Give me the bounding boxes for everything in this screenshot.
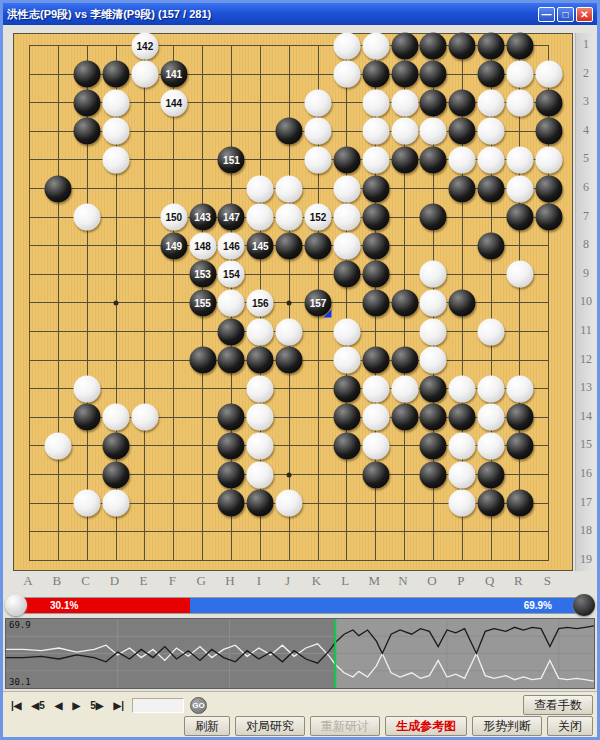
- go-stone-white[interactable]: [449, 375, 476, 402]
- row-label: 12: [576, 351, 596, 366]
- go-stone-black[interactable]: [478, 461, 505, 488]
- go-stone-white[interactable]: [362, 118, 389, 145]
- go-stone-white[interactable]: [420, 347, 447, 374]
- win-rate-plot: [6, 619, 594, 688]
- go-stone-black[interactable]: [333, 432, 360, 459]
- go-stone-black[interactable]: [506, 32, 533, 59]
- go-stone-white[interactable]: [535, 61, 562, 88]
- go-stone-black[interactable]: [420, 89, 447, 116]
- go-stone-white[interactable]: [333, 232, 360, 259]
- go-stone-white[interactable]: [305, 89, 332, 116]
- go-stone-white[interactable]: [131, 404, 158, 431]
- go-stone-black[interactable]: [391, 347, 418, 374]
- go-stone-black[interactable]: [535, 118, 562, 145]
- column-label: H: [225, 573, 234, 589]
- column-label: O: [427, 573, 436, 589]
- go-stone-white[interactable]: [506, 175, 533, 202]
- go-stone-black[interactable]: [506, 204, 533, 231]
- go-stone-black[interactable]: [478, 232, 505, 259]
- go-stone-white[interactable]: [74, 204, 101, 231]
- go-stone-white[interactable]: [247, 204, 274, 231]
- column-label: K: [312, 573, 321, 589]
- column-label: B: [53, 573, 62, 589]
- title-bar[interactable]: 洪性志(P9段) vs 李维清(P9段) (157 / 281) — □ ✕: [3, 3, 597, 25]
- go-stone-white[interactable]: [103, 118, 130, 145]
- go-stone-white[interactable]: [333, 32, 360, 59]
- column-label: L: [341, 573, 349, 589]
- go-stone-black[interactable]: [362, 61, 389, 88]
- go-stone-black[interactable]: [535, 204, 562, 231]
- row-label: 9: [576, 265, 596, 280]
- grid-line-v: [519, 45, 520, 560]
- go-stone-white[interactable]: [276, 490, 303, 517]
- go-stone-white[interactable]: [478, 118, 505, 145]
- go-stone-black[interactable]: [420, 32, 447, 59]
- go-stone-white[interactable]: [449, 490, 476, 517]
- go-button[interactable]: GO: [190, 697, 207, 714]
- column-label: N: [398, 573, 407, 589]
- go-stone-white[interactable]: 146: [218, 232, 245, 259]
- action-buttons: 刷新 对局研究 重新研讨 生成参考图 形势判断 关闭: [184, 716, 593, 736]
- go-stone-white[interactable]: [276, 175, 303, 202]
- move-navigation: |◀ ◀5 ◀ ▶ 5▶ ▶| GO: [9, 697, 207, 714]
- white-win-bar: 30.1%: [24, 598, 190, 613]
- go-stone-white[interactable]: [305, 146, 332, 173]
- app-window: 洪性志(P9段) vs 李维清(P9段) (157 / 281) — □ ✕ 1…: [0, 0, 600, 740]
- go-stone-white[interactable]: [506, 261, 533, 288]
- go-stone-white[interactable]: [218, 289, 245, 316]
- star-point: [114, 300, 119, 305]
- go-stone-black[interactable]: [218, 347, 245, 374]
- go-stone-black[interactable]: [218, 490, 245, 517]
- go-stone-black[interactable]: 155: [189, 289, 216, 316]
- go-stone-black[interactable]: [391, 404, 418, 431]
- win-rate-bar: 30.1% 69.9%: [5, 594, 595, 616]
- go-stone-black[interactable]: [333, 404, 360, 431]
- go-stone-black[interactable]: [478, 175, 505, 202]
- minimize-button[interactable]: —: [538, 7, 555, 22]
- nav-forward5-button[interactable]: 5▶: [88, 700, 105, 711]
- go-stone-white[interactable]: [247, 375, 274, 402]
- go-stone-black[interactable]: [478, 61, 505, 88]
- go-stone-white[interactable]: [478, 375, 505, 402]
- go-stone-white[interactable]: [247, 318, 274, 345]
- column-label: D: [110, 573, 119, 589]
- go-stone-black[interactable]: 145: [247, 232, 274, 259]
- graph-bottom-value: 30.1: [9, 677, 31, 687]
- row-label: 6: [576, 180, 596, 195]
- go-stone-white[interactable]: [333, 347, 360, 374]
- go-stone-white[interactable]: [478, 146, 505, 173]
- go-stone-black[interactable]: [218, 318, 245, 345]
- go-stone-black[interactable]: [420, 461, 447, 488]
- win-rate-graph[interactable]: 69.9 30.1: [5, 618, 595, 689]
- go-stone-black[interactable]: [305, 232, 332, 259]
- go-stone-black[interactable]: [391, 146, 418, 173]
- go-stone-black[interactable]: 143: [189, 204, 216, 231]
- column-label: P: [457, 573, 464, 589]
- go-stone-white[interactable]: [478, 404, 505, 431]
- white-player-stone-icon: [5, 594, 27, 616]
- window-title: 洪性志(P9段) vs 李维清(P9段) (157 / 281): [7, 7, 538, 22]
- go-stone-white[interactable]: [420, 118, 447, 145]
- go-stone-black[interactable]: [74, 61, 101, 88]
- go-stone-black[interactable]: [449, 32, 476, 59]
- go-stone-black[interactable]: [74, 404, 101, 431]
- go-stone-white[interactable]: [103, 490, 130, 517]
- nav-first-button[interactable]: |◀: [9, 700, 24, 711]
- close-icon[interactable]: ✕: [576, 7, 593, 22]
- go-stone-white[interactable]: [362, 375, 389, 402]
- refresh-button[interactable]: 刷新: [184, 716, 230, 736]
- go-stone-white[interactable]: [449, 146, 476, 173]
- nav-back5-button[interactable]: ◀5: [30, 700, 47, 711]
- go-stone-black[interactable]: [506, 404, 533, 431]
- star-point: [287, 300, 292, 305]
- go-stone-black[interactable]: [362, 204, 389, 231]
- go-stone-white[interactable]: [420, 261, 447, 288]
- column-label: G: [196, 573, 205, 589]
- go-stone-black[interactable]: [333, 375, 360, 402]
- go-stone-white[interactable]: [478, 432, 505, 459]
- row-label: 13: [576, 380, 596, 395]
- go-stone-white[interactable]: [391, 118, 418, 145]
- go-stone-black[interactable]: [420, 204, 447, 231]
- go-stone-white[interactable]: [103, 404, 130, 431]
- go-stone-black[interactable]: [391, 32, 418, 59]
- go-stone-black[interactable]: [535, 89, 562, 116]
- go-stone-black[interactable]: [449, 289, 476, 316]
- go-stone-white[interactable]: 152: [305, 204, 332, 231]
- column-label: A: [23, 573, 32, 589]
- go-stone-black[interactable]: [449, 89, 476, 116]
- move-jump-input[interactable]: [132, 698, 184, 713]
- row-label: 18: [576, 523, 596, 538]
- nav-last-button[interactable]: ▶|: [111, 700, 126, 711]
- go-stone-black[interactable]: [45, 175, 72, 202]
- go-stone-black[interactable]: [218, 404, 245, 431]
- go-stone-white[interactable]: [45, 432, 72, 459]
- column-label: R: [514, 573, 523, 589]
- rediscuss-button[interactable]: 重新研讨: [310, 716, 380, 736]
- grid-line-v: [346, 45, 347, 560]
- go-stone-black[interactable]: [103, 461, 130, 488]
- go-stone-black[interactable]: [420, 432, 447, 459]
- go-stone-white[interactable]: [362, 146, 389, 173]
- go-stone-black[interactable]: [189, 347, 216, 374]
- go-stone-white[interactable]: [478, 318, 505, 345]
- go-stone-black[interactable]: [420, 61, 447, 88]
- go-stone-black[interactable]: [449, 175, 476, 202]
- go-stone-white[interactable]: [247, 432, 274, 459]
- go-stone-white[interactable]: [74, 490, 101, 517]
- go-stone-black[interactable]: [276, 347, 303, 374]
- go-stone-white[interactable]: 148: [189, 232, 216, 259]
- row-label: 19: [576, 551, 596, 566]
- go-stone-white[interactable]: [276, 204, 303, 231]
- go-stone-white[interactable]: [506, 61, 533, 88]
- go-stone-white[interactable]: [506, 146, 533, 173]
- column-label: S: [544, 573, 551, 589]
- black-player-stone-icon: [573, 594, 595, 616]
- go-stone-white[interactable]: [506, 89, 533, 116]
- go-stone-white[interactable]: [333, 204, 360, 231]
- go-stone-black[interactable]: 149: [160, 232, 187, 259]
- column-label: F: [169, 573, 176, 589]
- go-stone-black[interactable]: [247, 347, 274, 374]
- go-stone-white[interactable]: [535, 146, 562, 173]
- white-win-pct: 30.1%: [50, 600, 78, 611]
- row-label: 15: [576, 437, 596, 452]
- go-stone-black[interactable]: [362, 261, 389, 288]
- go-stone-black[interactable]: 147: [218, 204, 245, 231]
- column-label: C: [81, 573, 90, 589]
- go-board[interactable]: 1421411441511501431471521491481461451531…: [13, 33, 573, 571]
- last-move-marker: [324, 309, 332, 317]
- go-stone-black[interactable]: [391, 289, 418, 316]
- go-stone-white[interactable]: [420, 289, 447, 316]
- go-stone-black[interactable]: [74, 89, 101, 116]
- go-stone-white[interactable]: [333, 318, 360, 345]
- black-win-bar: 69.9%: [190, 598, 576, 613]
- go-stone-white[interactable]: 150: [160, 204, 187, 231]
- grid-line-h: [29, 560, 549, 561]
- go-stone-white[interactable]: [333, 175, 360, 202]
- client-area: 1421411441511501431471521491481461451531…: [3, 25, 597, 737]
- go-stone-black[interactable]: [103, 432, 130, 459]
- go-stone-white[interactable]: [391, 89, 418, 116]
- go-stone-white[interactable]: [74, 375, 101, 402]
- go-stone-white[interactable]: 154: [218, 261, 245, 288]
- row-label: 14: [576, 408, 596, 423]
- column-labels: ABCDEFGHIJKLMNOPQRS: [13, 573, 573, 593]
- go-stone-black[interactable]: [535, 175, 562, 202]
- go-stone-white[interactable]: 156: [247, 289, 274, 316]
- go-stone-black[interactable]: [218, 432, 245, 459]
- go-stone-white[interactable]: [420, 318, 447, 345]
- column-label: E: [139, 573, 147, 589]
- go-stone-white[interactable]: [131, 61, 158, 88]
- column-label: I: [257, 573, 261, 589]
- go-stone-white[interactable]: [449, 432, 476, 459]
- go-stone-black[interactable]: 157: [305, 289, 332, 316]
- go-stone-black[interactable]: [391, 61, 418, 88]
- go-stone-black[interactable]: [218, 461, 245, 488]
- graph-top-value: 69.9: [9, 620, 31, 630]
- generate-reference-button[interactable]: 生成参考图: [385, 716, 467, 736]
- go-stone-black[interactable]: [362, 232, 389, 259]
- go-stone-white[interactable]: 142: [131, 32, 158, 59]
- star-point: [287, 472, 292, 477]
- go-stone-black[interactable]: [362, 347, 389, 374]
- go-stone-white[interactable]: [506, 375, 533, 402]
- row-label: 7: [576, 208, 596, 223]
- go-stone-white[interactable]: [362, 89, 389, 116]
- column-label: Q: [485, 573, 494, 589]
- go-stone-white[interactable]: [103, 89, 130, 116]
- position-judge-button[interactable]: 形势判断: [472, 716, 542, 736]
- go-stone-white[interactable]: [305, 118, 332, 145]
- row-label: 17: [576, 494, 596, 509]
- go-stone-black[interactable]: 153: [189, 261, 216, 288]
- go-stone-black[interactable]: [103, 61, 130, 88]
- go-stone-black[interactable]: [362, 289, 389, 316]
- go-stone-black[interactable]: [420, 146, 447, 173]
- bottom-control-bar: |◀ ◀5 ◀ ▶ 5▶ ▶| GO 查看手数 刷新 对局研究 重新研讨 生成参…: [3, 691, 597, 737]
- row-labels: 12345678910111213141516171819: [575, 33, 595, 571]
- go-stone-black[interactable]: [362, 461, 389, 488]
- go-stone-white[interactable]: [478, 89, 505, 116]
- go-stone-black[interactable]: [478, 490, 505, 517]
- go-stone-white[interactable]: [276, 318, 303, 345]
- go-stone-black[interactable]: [333, 146, 360, 173]
- go-stone-white[interactable]: [103, 146, 130, 173]
- go-stone-white[interactable]: [391, 375, 418, 402]
- go-stone-white[interactable]: [362, 404, 389, 431]
- column-label: J: [285, 573, 290, 589]
- column-label: M: [368, 573, 380, 589]
- go-stone-black[interactable]: [449, 118, 476, 145]
- go-stone-black[interactable]: [362, 175, 389, 202]
- nav-back-button[interactable]: ◀: [53, 700, 65, 711]
- go-stone-black[interactable]: [247, 490, 274, 517]
- go-stone-white[interactable]: [362, 432, 389, 459]
- go-stone-black[interactable]: [478, 32, 505, 59]
- go-stone-white[interactable]: [247, 175, 274, 202]
- row-label: 3: [576, 94, 596, 109]
- go-stone-black[interactable]: [74, 118, 101, 145]
- go-stone-black[interactable]: [420, 404, 447, 431]
- row-label: 11: [576, 323, 596, 338]
- go-stone-white[interactable]: 144: [160, 89, 187, 116]
- go-stone-white[interactable]: [333, 61, 360, 88]
- row-label: 2: [576, 65, 596, 80]
- nav-forward-button[interactable]: ▶: [70, 700, 82, 711]
- go-stone-black[interactable]: [276, 232, 303, 259]
- go-stone-black[interactable]: 141: [160, 61, 187, 88]
- go-stone-white[interactable]: [247, 461, 274, 488]
- row-label: 16: [576, 466, 596, 481]
- row-label: 10: [576, 294, 596, 309]
- go-stone-white[interactable]: [362, 32, 389, 59]
- row-label: 5: [576, 151, 596, 166]
- go-stone-black[interactable]: [333, 261, 360, 288]
- go-stone-black[interactable]: [506, 490, 533, 517]
- grid-line-h: [29, 531, 549, 532]
- row-label: 1: [576, 37, 596, 52]
- go-stone-black[interactable]: [506, 432, 533, 459]
- go-stone-black[interactable]: [420, 375, 447, 402]
- go-stone-white[interactable]: [449, 461, 476, 488]
- go-stone-black[interactable]: [276, 118, 303, 145]
- row-label: 8: [576, 237, 596, 252]
- close-button[interactable]: 关闭: [547, 716, 593, 736]
- black-win-pct: 69.9%: [524, 600, 552, 611]
- go-stone-white[interactable]: [247, 404, 274, 431]
- row-label: 4: [576, 122, 596, 137]
- maximize-button[interactable]: □: [557, 7, 574, 22]
- game-study-button[interactable]: 对局研究: [235, 716, 305, 736]
- view-move-numbers-button[interactable]: 查看手数: [523, 695, 593, 715]
- go-stone-black[interactable]: [449, 404, 476, 431]
- go-stone-black[interactable]: 151: [218, 146, 245, 173]
